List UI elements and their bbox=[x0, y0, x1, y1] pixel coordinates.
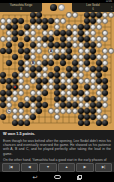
black-stone[interactable] bbox=[6, 48, 12, 54]
commentary-panel[interactable]: W won 1.5 points. Even though he was beh… bbox=[0, 130, 114, 162]
white-stone[interactable] bbox=[102, 102, 108, 108]
variation-up-button[interactable]: ▲ bbox=[58, 163, 76, 172]
jump-to-end-button[interactable]: ▶| bbox=[95, 163, 113, 172]
white-stone[interactable] bbox=[108, 12, 114, 18]
white-stone[interactable] bbox=[12, 96, 18, 102]
step-back-button[interactable]: ◀ bbox=[21, 163, 39, 172]
board-label-C: C bbox=[6, 108, 12, 114]
black-player-captures: 8 bbox=[20, 8, 22, 11]
black-stone[interactable] bbox=[42, 90, 48, 96]
board-label-B: B bbox=[30, 60, 36, 66]
recents-rect-front bbox=[78, 175, 82, 179]
black-stone[interactable] bbox=[84, 120, 90, 126]
app-window: 11:06 Yamashita Keigo 8 Lee Sedol 6 ⋮ AB… bbox=[0, 0, 114, 182]
white-stone[interactable] bbox=[60, 18, 66, 24]
go-board[interactable]: ABC bbox=[0, 12, 114, 130]
black-stone[interactable] bbox=[42, 102, 48, 108]
turn-indicator bbox=[42, 3, 72, 12]
white-stone[interactable] bbox=[54, 114, 60, 120]
black-stone[interactable] bbox=[18, 18, 24, 24]
black-stone-icon bbox=[50, 4, 57, 11]
black-stone[interactable] bbox=[12, 54, 18, 60]
overflow-menu-icon[interactable]: ⋮ bbox=[110, 4, 114, 11]
white-stone[interactable] bbox=[96, 24, 102, 30]
white-stone[interactable] bbox=[72, 12, 78, 18]
black-stone[interactable] bbox=[24, 120, 30, 126]
recents-icon[interactable] bbox=[77, 175, 82, 180]
white-player-captures: 6 bbox=[92, 8, 94, 11]
black-stone[interactable] bbox=[0, 114, 6, 120]
variation-down-button[interactable]: ▼ bbox=[39, 163, 57, 172]
black-player-tab[interactable]: Yamashita Keigo 8 bbox=[0, 3, 42, 12]
black-stone[interactable] bbox=[36, 108, 42, 114]
black-stone[interactable] bbox=[30, 114, 36, 120]
black-stone[interactable] bbox=[6, 60, 12, 66]
white-stone[interactable] bbox=[102, 18, 108, 24]
white-stone[interactable] bbox=[96, 42, 102, 48]
android-nav-bar: ↩ bbox=[0, 172, 114, 182]
commentary-paragraph-2: On the other hand, Yamashita had a good … bbox=[3, 158, 111, 162]
black-stone[interactable] bbox=[102, 120, 108, 126]
player-header: Yamashita Keigo 8 Lee Sedol 6 ⋮ bbox=[0, 3, 114, 12]
step-forward-button[interactable]: ▶ bbox=[76, 163, 94, 172]
white-stone[interactable] bbox=[102, 36, 108, 42]
black-stone[interactable] bbox=[60, 60, 66, 66]
jump-to-start-button[interactable]: |◀ bbox=[2, 163, 20, 172]
white-stone[interactable] bbox=[18, 90, 24, 96]
white-stone-icon bbox=[58, 4, 65, 11]
playback-toolbar: |◀ ◀ ▼ ▲ ▶ ▶| bbox=[0, 162, 114, 172]
board-label-A: A bbox=[48, 48, 54, 54]
home-icon[interactable] bbox=[54, 175, 61, 180]
white-player-tab[interactable]: Lee Sedol 6 bbox=[72, 3, 114, 12]
black-stone[interactable] bbox=[48, 60, 54, 66]
commentary-paragraph-1: Even though he was behind after the open… bbox=[3, 139, 111, 156]
white-stone[interactable] bbox=[36, 48, 42, 54]
black-stone[interactable] bbox=[12, 36, 18, 42]
white-stone[interactable] bbox=[108, 48, 114, 54]
black-stone[interactable] bbox=[102, 66, 108, 72]
game-result: W won 1.5 points. bbox=[3, 132, 111, 137]
white-stone[interactable] bbox=[24, 84, 30, 90]
last-move-marker bbox=[14, 86, 16, 88]
back-icon[interactable]: ↩ bbox=[32, 173, 37, 181]
